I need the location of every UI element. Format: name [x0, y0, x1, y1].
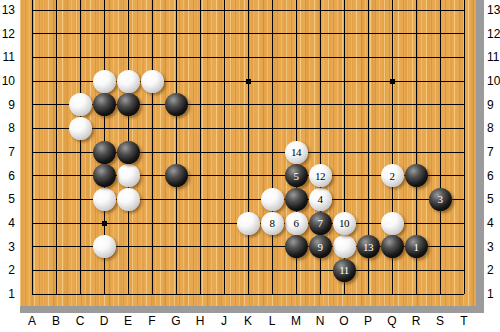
stone-black-M5[interactable]: [285, 188, 308, 211]
star-point-Q10: [390, 79, 395, 84]
row-label-left-12: 12: [0, 26, 15, 42]
move-number-label: 9: [309, 235, 332, 258]
stone-white-D3[interactable]: [93, 235, 116, 258]
star-point-D4: [102, 221, 107, 226]
move-14-stone-white-M7[interactable]: 14: [285, 141, 308, 164]
stone-black-G9[interactable]: [165, 93, 188, 116]
move-number-label: 12: [309, 164, 332, 187]
stone-black-D9[interactable]: [93, 93, 116, 116]
row-label-right-4: 4: [487, 215, 500, 231]
row-label-left-2: 2: [0, 262, 15, 278]
move-number-label: 13: [357, 235, 380, 258]
go-board[interactable]: 1234567891011121314: [20, 0, 476, 306]
row-label-right-13: 13: [487, 2, 500, 18]
stone-white-C9[interactable]: [69, 93, 92, 116]
column-label-N: N: [311, 313, 329, 329]
row-label-left-1: 1: [0, 286, 15, 302]
stone-black-M3[interactable]: [285, 235, 308, 258]
stone-black-R6[interactable]: [405, 164, 428, 187]
row-label-left-4: 4: [0, 215, 15, 231]
row-label-right-1: 1: [487, 286, 500, 302]
star-point-K10: [246, 79, 251, 84]
row-label-right-6: 6: [487, 168, 500, 184]
column-label-T: T: [455, 313, 473, 329]
column-label-A: A: [23, 313, 41, 329]
stone-black-E7[interactable]: [117, 141, 140, 164]
stone-white-L5[interactable]: [261, 188, 284, 211]
go-diagram-screen: 1234567891011121314 13131212111110109988…: [0, 0, 500, 332]
move-5-stone-black-M6[interactable]: 5: [285, 164, 308, 187]
stone-white-K4[interactable]: [237, 212, 260, 235]
row-label-left-6: 6: [0, 168, 15, 184]
row-label-left-5: 5: [0, 191, 15, 207]
move-number-label: 14: [285, 141, 308, 164]
stone-black-D7[interactable]: [93, 141, 116, 164]
row-label-right-12: 12: [487, 26, 500, 42]
move-number-label: 8: [261, 212, 284, 235]
move-8-stone-white-L4[interactable]: 8: [261, 212, 284, 235]
move-10-stone-white-O4[interactable]: 10: [333, 212, 356, 235]
move-number-label: 2: [381, 164, 404, 187]
column-label-E: E: [119, 313, 137, 329]
board-shadow-right: [476, 0, 484, 313]
move-6-stone-white-M4[interactable]: 6: [285, 212, 308, 235]
stone-white-C8[interactable]: [69, 117, 92, 140]
row-label-left-10: 10: [0, 73, 15, 89]
column-label-B: B: [47, 313, 65, 329]
move-13-stone-black-P3[interactable]: 13: [357, 235, 380, 258]
move-number-label: 10: [333, 212, 356, 235]
row-label-right-11: 11: [487, 49, 500, 65]
stone-black-G6[interactable]: [165, 164, 188, 187]
move-number-label: 5: [285, 164, 308, 187]
column-label-F: F: [143, 313, 161, 329]
move-3-stone-black-S5[interactable]: 3: [429, 188, 452, 211]
move-number-label: 11: [333, 259, 356, 282]
move-1-stone-black-R3[interactable]: 1: [405, 235, 428, 258]
row-label-left-7: 7: [0, 144, 15, 160]
row-label-right-7: 7: [487, 144, 500, 160]
stone-white-Q4[interactable]: [381, 212, 404, 235]
column-label-M: M: [287, 313, 305, 329]
column-label-R: R: [407, 313, 425, 329]
row-label-right-8: 8: [487, 120, 500, 136]
stone-white-D5[interactable]: [93, 188, 116, 211]
row-label-right-2: 2: [487, 262, 500, 278]
row-label-right-3: 3: [487, 239, 500, 255]
move-number-label: 7: [309, 212, 332, 235]
column-label-Q: Q: [383, 313, 401, 329]
row-label-left-11: 11: [0, 49, 15, 65]
board-shadow-bottom: [20, 306, 484, 313]
stone-black-Q3[interactable]: [381, 235, 404, 258]
board-grid: [20, 0, 476, 306]
column-label-K: K: [239, 313, 257, 329]
stone-white-F10[interactable]: [141, 70, 164, 93]
column-label-O: O: [335, 313, 353, 329]
move-number-label: 1: [405, 235, 428, 258]
move-number-label: 6: [285, 212, 308, 235]
row-label-left-13: 13: [0, 2, 15, 18]
row-label-right-10: 10: [487, 73, 500, 89]
row-label-left-9: 9: [0, 97, 15, 113]
move-11-stone-black-O2[interactable]: 11: [333, 259, 356, 282]
row-label-right-9: 9: [487, 97, 500, 113]
move-12-stone-white-N6[interactable]: 12: [309, 164, 332, 187]
stone-white-O3[interactable]: [333, 235, 356, 258]
move-4-stone-white-N5[interactable]: 4: [309, 188, 332, 211]
column-label-D: D: [95, 313, 113, 329]
column-label-J: J: [215, 313, 233, 329]
stone-black-E9[interactable]: [117, 93, 140, 116]
move-9-stone-black-N3[interactable]: 9: [309, 235, 332, 258]
column-label-G: G: [167, 313, 185, 329]
column-label-S: S: [431, 313, 449, 329]
move-2-stone-white-Q6[interactable]: 2: [381, 164, 404, 187]
move-7-stone-black-N4[interactable]: 7: [309, 212, 332, 235]
move-number-label: 4: [309, 188, 332, 211]
stone-white-E10[interactable]: [117, 70, 140, 93]
stone-white-D10[interactable]: [93, 70, 116, 93]
stone-white-E6[interactable]: [117, 164, 140, 187]
stone-white-E5[interactable]: [117, 188, 140, 211]
row-label-left-3: 3: [0, 239, 15, 255]
column-label-L: L: [263, 313, 281, 329]
column-label-H: H: [191, 313, 209, 329]
row-label-right-5: 5: [487, 191, 500, 207]
row-label-left-8: 8: [0, 120, 15, 136]
stone-black-D6[interactable]: [93, 164, 116, 187]
column-label-P: P: [359, 313, 377, 329]
move-number-label: 3: [429, 188, 452, 211]
column-label-C: C: [71, 313, 89, 329]
